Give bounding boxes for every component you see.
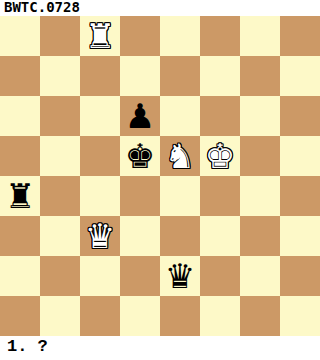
square-f7[interactable] [200, 56, 240, 96]
square-a7[interactable] [0, 56, 40, 96]
square-a5[interactable] [0, 136, 40, 176]
square-d1[interactable] [120, 296, 160, 336]
white-king-f5[interactable]: ♚ [205, 136, 235, 176]
square-a2[interactable] [0, 256, 40, 296]
square-h1[interactable] [280, 296, 320, 336]
black-rook-a4[interactable]: ♜ [5, 176, 35, 216]
square-e5[interactable]: ♞ [160, 136, 200, 176]
square-h7[interactable] [280, 56, 320, 96]
square-h2[interactable] [280, 256, 320, 296]
move-prompt: 1. ? [0, 336, 320, 360]
square-a3[interactable] [0, 216, 40, 256]
square-e2[interactable]: ♛ [160, 256, 200, 296]
square-b2[interactable] [40, 256, 80, 296]
square-d8[interactable] [120, 16, 160, 56]
square-a4[interactable]: ♜ [0, 176, 40, 216]
square-g2[interactable] [240, 256, 280, 296]
square-c3[interactable]: ♛ [80, 216, 120, 256]
square-d3[interactable] [120, 216, 160, 256]
square-h5[interactable] [280, 136, 320, 176]
square-c8[interactable]: ♜ [80, 16, 120, 56]
square-c1[interactable] [80, 296, 120, 336]
square-g8[interactable] [240, 16, 280, 56]
square-b5[interactable] [40, 136, 80, 176]
square-c5[interactable] [80, 136, 120, 176]
square-a1[interactable] [0, 296, 40, 336]
square-e7[interactable] [160, 56, 200, 96]
chess-program-window: BWTC.0728 ♜♟♚♞♚♜♛♛ 1. ? [0, 0, 320, 360]
square-d5[interactable]: ♚ [120, 136, 160, 176]
square-f5[interactable]: ♚ [200, 136, 240, 176]
square-a6[interactable] [0, 96, 40, 136]
square-f1[interactable] [200, 296, 240, 336]
black-king-d5[interactable]: ♚ [125, 136, 155, 176]
white-rook-c8[interactable]: ♜ [85, 16, 115, 56]
black-queen-e2[interactable]: ♛ [165, 256, 195, 296]
square-e3[interactable] [160, 216, 200, 256]
square-g1[interactable] [240, 296, 280, 336]
square-f3[interactable] [200, 216, 240, 256]
square-g7[interactable] [240, 56, 280, 96]
square-g3[interactable] [240, 216, 280, 256]
square-d7[interactable] [120, 56, 160, 96]
square-g5[interactable] [240, 136, 280, 176]
square-h6[interactable] [280, 96, 320, 136]
square-c6[interactable] [80, 96, 120, 136]
chess-board[interactable]: ♜♟♚♞♚♜♛♛ [0, 16, 320, 336]
square-a8[interactable] [0, 16, 40, 56]
black-pawn-d6[interactable]: ♟ [125, 96, 155, 136]
square-e6[interactable] [160, 96, 200, 136]
square-f2[interactable] [200, 256, 240, 296]
white-queen-c3[interactable]: ♛ [85, 216, 115, 256]
square-d4[interactable] [120, 176, 160, 216]
square-g6[interactable] [240, 96, 280, 136]
square-c4[interactable] [80, 176, 120, 216]
square-f4[interactable] [200, 176, 240, 216]
square-b6[interactable] [40, 96, 80, 136]
square-b1[interactable] [40, 296, 80, 336]
square-c7[interactable] [80, 56, 120, 96]
square-b8[interactable] [40, 16, 80, 56]
square-e8[interactable] [160, 16, 200, 56]
square-h8[interactable] [280, 16, 320, 56]
square-h3[interactable] [280, 216, 320, 256]
square-b3[interactable] [40, 216, 80, 256]
white-knight-e5[interactable]: ♞ [165, 136, 195, 176]
square-c2[interactable] [80, 256, 120, 296]
square-e1[interactable] [160, 296, 200, 336]
square-d2[interactable] [120, 256, 160, 296]
square-g4[interactable] [240, 176, 280, 216]
square-f8[interactable] [200, 16, 240, 56]
square-h4[interactable] [280, 176, 320, 216]
square-b7[interactable] [40, 56, 80, 96]
square-b4[interactable] [40, 176, 80, 216]
square-d6[interactable]: ♟ [120, 96, 160, 136]
square-f6[interactable] [200, 96, 240, 136]
puzzle-title: BWTC.0728 [0, 0, 320, 16]
square-e4[interactable] [160, 176, 200, 216]
